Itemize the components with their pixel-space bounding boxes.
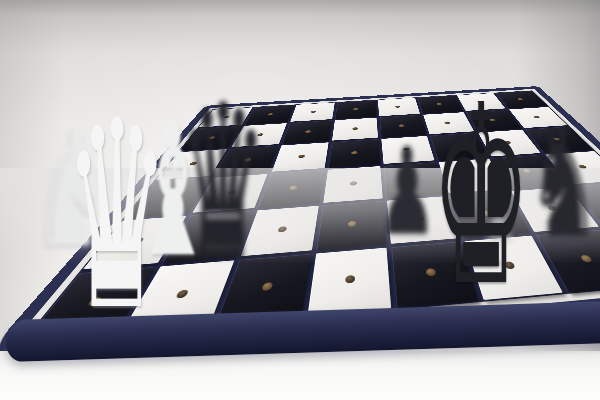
peg-hole-icon	[298, 154, 305, 158]
black-knight-glyph: ♞	[528, 110, 600, 258]
peg-hole-icon	[352, 127, 358, 130]
peg-hole-icon	[311, 111, 317, 113]
black-king-glyph: ♚	[431, 72, 531, 320]
peg-hole-icon	[351, 151, 357, 155]
peg-hole-icon	[348, 221, 356, 227]
board-square[interactable]	[282, 120, 332, 143]
peg-hole-icon	[289, 185, 297, 190]
peg-hole-icon	[278, 226, 288, 232]
black-queen-glyph: ♛	[179, 76, 267, 290]
peg-hole-icon	[395, 105, 400, 107]
board-square[interactable]	[290, 102, 335, 121]
board-square[interactable]	[272, 142, 329, 171]
board-square[interactable]	[378, 98, 420, 116]
board-square[interactable]	[328, 139, 380, 168]
board-square[interactable]	[335, 100, 376, 119]
photo-stage: ♞ ♛ ♝ ♟ ♝ ♞ ♚ ♛	[0, 0, 600, 400]
peg-hole-icon	[353, 108, 358, 110]
peg-hole-icon	[267, 113, 273, 115]
peg-hole-icon	[305, 130, 311, 133]
board-square[interactable]	[332, 118, 378, 141]
board-square[interactable]	[323, 166, 382, 203]
black-pawn-glyph: ♟	[377, 132, 436, 252]
board-square[interactable]	[259, 170, 325, 208]
board-square[interactable]	[317, 201, 387, 250]
white-queen-glyph: ♛	[65, 86, 170, 346]
peg-hole-icon	[350, 181, 357, 186]
peg-hole-icon	[345, 275, 355, 284]
